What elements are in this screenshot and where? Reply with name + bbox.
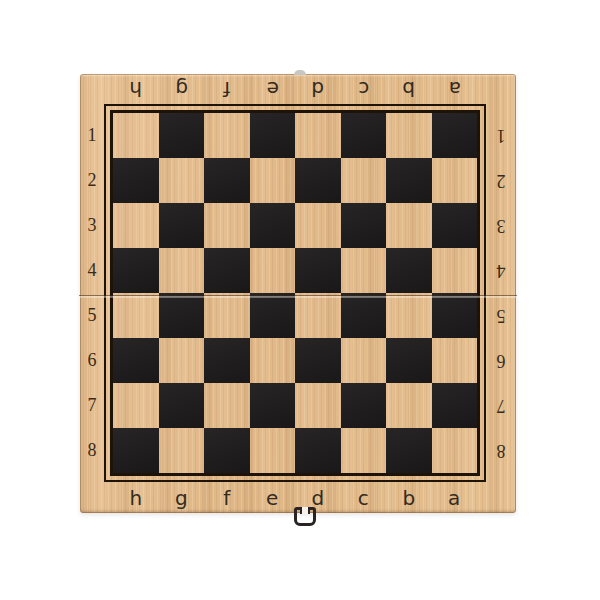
chessboard-grid (110, 110, 480, 476)
square-a6 (432, 338, 478, 383)
rank-labels-left: 12345678 (80, 113, 104, 473)
hinge-knob (294, 70, 306, 75)
square-h4 (113, 248, 159, 293)
square-h5 (113, 293, 159, 338)
square-c3 (341, 203, 387, 248)
square-g4 (159, 248, 205, 293)
square-g8 (159, 428, 205, 473)
file-labels-bottom-e: e (250, 482, 296, 513)
file-labels-bottom-g: g (159, 482, 205, 513)
square-c8 (341, 428, 387, 473)
square-g1 (159, 113, 205, 158)
square-f6 (204, 338, 250, 383)
file-labels-top-f: f (204, 74, 250, 104)
square-e2 (250, 158, 296, 203)
square-d5 (295, 293, 341, 338)
square-d6 (295, 338, 341, 383)
file-labels-top-c: c (341, 74, 387, 104)
file-labels-top: hgfedcba (113, 74, 477, 104)
square-g5 (159, 293, 205, 338)
metal-clasp (294, 507, 316, 526)
square-a3 (432, 203, 478, 248)
square-c1 (341, 113, 387, 158)
square-c7 (341, 383, 387, 428)
square-f3 (204, 203, 250, 248)
square-f5 (204, 293, 250, 338)
file-labels-bottom-a: a (432, 482, 478, 513)
rank-labels-right-6: 6 (486, 338, 516, 383)
square-a5 (432, 293, 478, 338)
rank-labels-left-7: 7 (80, 383, 104, 428)
square-g6 (159, 338, 205, 383)
rank-labels-right-5: 5 (486, 293, 516, 338)
square-b6 (386, 338, 432, 383)
square-h2 (113, 158, 159, 203)
square-c4 (341, 248, 387, 293)
square-h1 (113, 113, 159, 158)
fold-seam (79, 295, 517, 298)
file-labels-bottom-h: h (113, 482, 159, 513)
square-b5 (386, 293, 432, 338)
file-labels-top-a: a (432, 74, 478, 104)
square-b7 (386, 383, 432, 428)
square-a2 (432, 158, 478, 203)
square-h7 (113, 383, 159, 428)
square-b3 (386, 203, 432, 248)
square-c5 (341, 293, 387, 338)
square-e7 (250, 383, 296, 428)
file-labels-bottom-f: f (204, 482, 250, 513)
rank-labels-right-3: 3 (486, 203, 516, 248)
square-e5 (250, 293, 296, 338)
square-e4 (250, 248, 296, 293)
square-f2 (204, 158, 250, 203)
rank-labels-right-1: 1 (486, 113, 516, 158)
rank-labels-right: 12345678 (486, 113, 516, 473)
square-e8 (250, 428, 296, 473)
square-d4 (295, 248, 341, 293)
rank-labels-left-8: 8 (80, 428, 104, 473)
square-c2 (341, 158, 387, 203)
file-labels-bottom-b: b (386, 482, 432, 513)
rank-labels-right-8: 8 (486, 428, 516, 473)
file-labels-bottom-c: c (341, 482, 387, 513)
square-f8 (204, 428, 250, 473)
product-photo-stage: hgfedcba 12345678 12345678 hgfedcba (0, 0, 600, 600)
square-a7 (432, 383, 478, 428)
square-d7 (295, 383, 341, 428)
square-b8 (386, 428, 432, 473)
square-f4 (204, 248, 250, 293)
rank-labels-right-4: 4 (486, 248, 516, 293)
file-labels-top-g: g (159, 74, 205, 104)
square-b1 (386, 113, 432, 158)
square-c6 (341, 338, 387, 383)
square-h8 (113, 428, 159, 473)
file-labels-top-e: e (250, 74, 296, 104)
file-labels-top-d: d (295, 74, 341, 104)
chessboard: hgfedcba 12345678 12345678 hgfedcba (80, 74, 516, 513)
file-labels-top-b: b (386, 74, 432, 104)
file-labels-top-h: h (113, 74, 159, 104)
square-b2 (386, 158, 432, 203)
rank-labels-left-4: 4 (80, 248, 104, 293)
rank-labels-left-6: 6 (80, 338, 104, 383)
square-d2 (295, 158, 341, 203)
rank-labels-left-2: 2 (80, 158, 104, 203)
square-a1 (432, 113, 478, 158)
rank-labels-left-3: 3 (80, 203, 104, 248)
square-g3 (159, 203, 205, 248)
square-h3 (113, 203, 159, 248)
square-f7 (204, 383, 250, 428)
square-f1 (204, 113, 250, 158)
square-h6 (113, 338, 159, 383)
square-a8 (432, 428, 478, 473)
square-d3 (295, 203, 341, 248)
square-e6 (250, 338, 296, 383)
playing-field-border (104, 104, 486, 482)
rank-labels-right-7: 7 (486, 383, 516, 428)
square-a4 (432, 248, 478, 293)
square-b4 (386, 248, 432, 293)
square-d1 (295, 113, 341, 158)
rank-labels-left-1: 1 (80, 113, 104, 158)
rank-labels-left-5: 5 (80, 293, 104, 338)
square-g2 (159, 158, 205, 203)
square-e1 (250, 113, 296, 158)
square-e3 (250, 203, 296, 248)
square-d8 (295, 428, 341, 473)
square-g7 (159, 383, 205, 428)
rank-labels-right-2: 2 (486, 158, 516, 203)
